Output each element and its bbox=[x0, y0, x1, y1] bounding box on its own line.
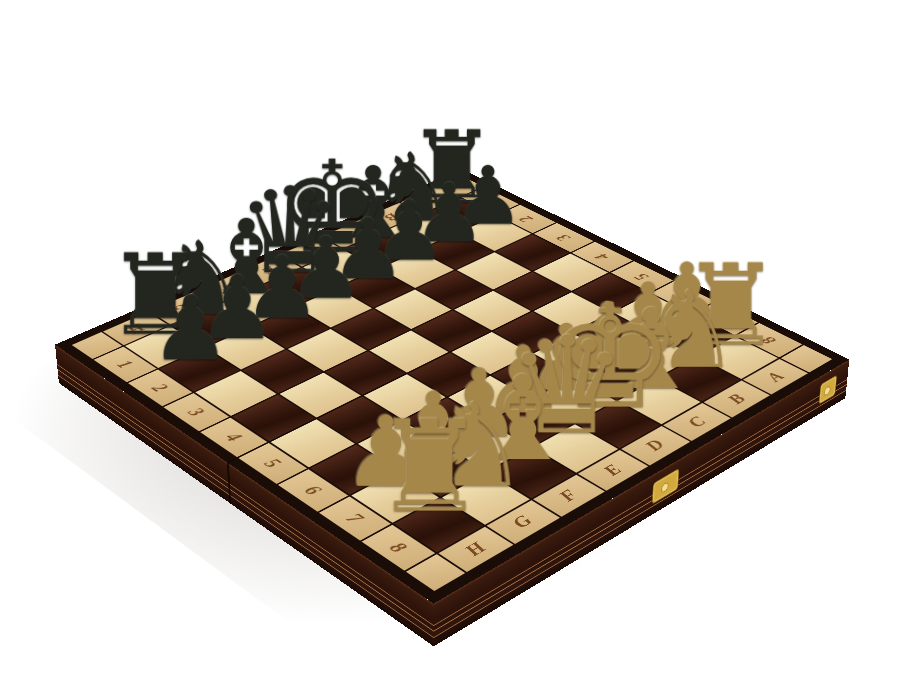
coordinate-label-text: 3 bbox=[184, 405, 208, 418]
coordinate-label-text: 2 bbox=[148, 381, 172, 393]
coordinate-label-text: D bbox=[642, 437, 670, 453]
black-pawn-h2: ♟ bbox=[150, 284, 230, 373]
brass-clasp-icon bbox=[652, 467, 679, 504]
coordinate-label-text: G bbox=[509, 513, 538, 530]
photo-scene: 12345678A♜♟♟♜AB♞♟♟♞BC♝♟♟♝CD♚♟♟♚DE♛♟♟♛EF♝… bbox=[0, 0, 900, 675]
coordinate-label-text: 3 bbox=[553, 232, 573, 242]
coordinate-label-text: C bbox=[684, 414, 710, 429]
coordinate-label-text: 4 bbox=[592, 251, 613, 261]
coordinate-label-text: 6 bbox=[300, 483, 325, 497]
coordinate-label-text: H bbox=[461, 539, 491, 558]
coordinate-label-text: 4 bbox=[221, 430, 246, 443]
coordinate-label-text: F bbox=[555, 487, 583, 503]
gold-rook-h8: ♜ bbox=[373, 403, 487, 530]
box-fold-seam bbox=[227, 462, 231, 504]
coordinate-label-text: A bbox=[763, 369, 789, 383]
coordinate-label-text: B bbox=[724, 391, 750, 405]
coordinate-label-text: E bbox=[600, 462, 627, 478]
chess-box: 12345678A♜♟♟♜AB♞♟♟♞BC♝♟♟♝CD♚♟♟♚DE♛♟♟♛EF♝… bbox=[55, 169, 849, 603]
coordinate-label-text: 5 bbox=[260, 456, 285, 470]
brass-clasp-2-icon bbox=[819, 374, 838, 404]
coordinate-label-text: 8 bbox=[385, 539, 411, 554]
coordinate-label-text: 7 bbox=[342, 510, 368, 525]
coordinate-label-text: 1 bbox=[113, 358, 137, 370]
